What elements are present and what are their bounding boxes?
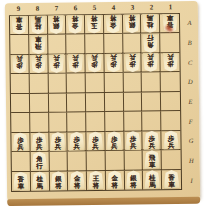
piece-gote-p-4C[interactable]: 歩兵: [105, 53, 121, 72]
piece-kanji: 歩兵: [72, 54, 79, 69]
piece-sente-s-3I[interactable]: 銀将: [125, 170, 141, 189]
piece-kanji: 歩兵: [54, 54, 61, 69]
cell-9A[interactable]: 香車: [10, 16, 29, 36]
cell-3H[interactable]: [124, 151, 143, 171]
rank-label-I: I: [184, 170, 199, 190]
piece-sente-b-8H[interactable]: 角行: [31, 152, 47, 171]
cell-4G[interactable]: 歩兵: [105, 131, 124, 151]
piece-kanji: 歩兵: [16, 55, 23, 70]
piece-gote-g-6A[interactable]: 金将: [67, 15, 83, 34]
piece-sente-n-2I[interactable]: 桂馬: [144, 170, 160, 189]
cell-6D[interactable]: [67, 74, 86, 94]
cell-6H[interactable]: [68, 151, 87, 171]
rank-labels: ABCDEFGHI: [182, 13, 199, 190]
cell-6G[interactable]: 歩兵: [68, 132, 87, 152]
board-edge: [7, 197, 200, 206]
piece-kanji: 桂馬: [34, 15, 41, 30]
piece-sente-p-1G[interactable]: 歩兵: [163, 130, 179, 149]
cell-2F[interactable]: [143, 112, 162, 132]
piece-kanji: 歩兵: [35, 54, 42, 69]
rank-label-A: A: [182, 13, 197, 33]
cell-4I[interactable]: 金将: [106, 170, 125, 190]
cell-7H[interactable]: [49, 152, 68, 172]
piece-sente-p-7G[interactable]: 歩兵: [50, 132, 66, 151]
cell-8E[interactable]: [30, 93, 49, 113]
cell-3B[interactable]: [123, 34, 142, 54]
file-label-8: 8: [28, 3, 47, 15]
cell-5H[interactable]: [87, 151, 106, 171]
cell-1C[interactable]: 歩兵: [161, 53, 180, 73]
file-label-9: 9: [9, 3, 28, 15]
cell-9E[interactable]: [11, 94, 30, 114]
piece-kanji: 金将: [74, 175, 81, 190]
rank-label-H: H: [184, 150, 199, 170]
cell-6B[interactable]: [67, 35, 86, 55]
piece-gote-s-3A[interactable]: 銀将: [123, 14, 139, 33]
piece-kanji: 金将: [111, 175, 118, 190]
piece-sente-p-8G[interactable]: 歩兵: [31, 132, 47, 151]
piece-sente-p-5G[interactable]: 歩兵: [87, 131, 103, 150]
piece-sente-g-4I[interactable]: 金将: [107, 171, 123, 190]
cell-9B[interactable]: [10, 35, 29, 55]
cell-7C[interactable]: 歩兵: [48, 54, 67, 74]
piece-kanji: 歩兵: [148, 135, 155, 150]
piece-kanji: 銀将: [55, 175, 62, 190]
cell-6F[interactable]: [67, 112, 86, 132]
piece-sente-l-1I[interactable]: 香車: [163, 170, 179, 189]
piece-gote-b-2B[interactable]: 角行: [143, 33, 159, 52]
piece-gote-g-4A[interactable]: 金将: [105, 14, 121, 33]
cell-7F[interactable]: [49, 113, 68, 133]
cell-1E[interactable]: [161, 92, 180, 112]
cell-5E[interactable]: [86, 93, 105, 113]
piece-sente-p-9G[interactable]: 歩兵: [12, 132, 28, 151]
cell-4F[interactable]: [105, 112, 124, 132]
piece-kanji: 銀将: [130, 174, 137, 189]
piece-kanji: 桂馬: [149, 174, 156, 189]
piece-gote-p-8C[interactable]: 歩兵: [30, 54, 46, 73]
piece-kanji: 香車: [16, 16, 23, 31]
piece-gote-p-6C[interactable]: 歩兵: [68, 54, 84, 73]
cell-9I[interactable]: 香車: [12, 171, 31, 191]
file-label-5: 5: [85, 2, 104, 14]
piece-kanji: 飛車: [149, 154, 156, 169]
cell-7G[interactable]: 歩兵: [49, 132, 68, 152]
cell-5D[interactable]: [86, 73, 105, 93]
piece-sente-k-5I[interactable]: 王将: [88, 171, 104, 190]
file-label-4: 4: [104, 2, 123, 14]
cell-5C[interactable]: 歩兵: [86, 54, 105, 74]
cell-1F[interactable]: [161, 111, 180, 131]
piece-gote-p-5C[interactable]: 歩兵: [86, 54, 102, 73]
piece-gote-s-7A[interactable]: 銀将: [48, 15, 64, 34]
rank-label-D: D: [183, 72, 198, 92]
cell-3C[interactable]: 歩兵: [123, 53, 142, 73]
piece-gote-l-9A[interactable]: 香車: [11, 16, 27, 35]
piece-kanji: 玉将: [91, 15, 98, 30]
piece-kanji: 歩兵: [110, 53, 117, 68]
piece-kanji: 銀将: [53, 15, 60, 30]
piece-kanji: 角行: [36, 156, 43, 171]
piece-sente-n-8I[interactable]: 桂馬: [32, 171, 48, 190]
cell-8I[interactable]: 桂馬: [31, 171, 50, 191]
cell-6I[interactable]: 金将: [68, 171, 87, 191]
piece-kanji: 歩兵: [130, 135, 137, 150]
cell-1I[interactable]: 香車: [162, 170, 181, 190]
cell-3D[interactable]: [123, 73, 142, 93]
cell-2H[interactable]: 飛車: [143, 150, 162, 170]
file-label-7: 7: [47, 2, 66, 14]
cell-7A[interactable]: 銀将: [48, 15, 67, 35]
cell-3E[interactable]: [124, 92, 143, 112]
piece-gote-k-5A[interactable]: 玉将: [86, 15, 102, 34]
rank-label-C: C: [182, 52, 197, 72]
piece-kanji: 歩兵: [129, 53, 136, 68]
cell-2E[interactable]: [142, 92, 161, 112]
cell-8A[interactable]: 桂馬: [29, 16, 48, 36]
piece-gote-p-3C[interactable]: 歩兵: [124, 53, 140, 72]
cell-9G[interactable]: 歩兵: [11, 133, 30, 153]
piece-sente-g-6I[interactable]: 金将: [69, 171, 85, 190]
cell-3A[interactable]: 銀将: [123, 15, 142, 35]
cell-8H[interactable]: 角行: [30, 152, 49, 172]
cell-3G[interactable]: 歩兵: [124, 131, 143, 151]
piece-kanji: 歩兵: [111, 135, 118, 150]
piece-sente-s-7I[interactable]: 銀将: [50, 171, 66, 190]
piece-kanji: 飛車: [35, 35, 42, 50]
piece-gote-p-2C[interactable]: 歩兵: [143, 53, 159, 72]
piece-kanji: 歩兵: [17, 136, 24, 151]
rank-label-F: F: [183, 111, 198, 131]
cell-5I[interactable]: 王将: [87, 171, 106, 191]
cell-7I[interactable]: 銀将: [49, 171, 68, 191]
piece-kanji: 歩兵: [36, 136, 43, 151]
file-label-6: 6: [66, 2, 85, 14]
cell-2C[interactable]: 歩兵: [142, 53, 161, 73]
piece-sente-p-3G[interactable]: 歩兵: [125, 131, 141, 150]
cell-3I[interactable]: 銀将: [125, 170, 144, 190]
piece-kanji: 歩兵: [73, 136, 80, 151]
cell-2B[interactable]: 角行: [142, 34, 161, 54]
cell-4A[interactable]: 金将: [104, 15, 123, 35]
cell-6E[interactable]: [67, 93, 86, 113]
piece-kanji: 歩兵: [91, 54, 98, 69]
cell-2G[interactable]: 歩兵: [143, 131, 162, 151]
piece-gote-n-8A[interactable]: 桂馬: [30, 15, 46, 34]
cell-9D[interactable]: [11, 74, 30, 94]
cell-4D[interactable]: [105, 73, 124, 93]
piece-sente-r-2H[interactable]: 飛車: [144, 150, 160, 169]
piece-gote-r-8B[interactable]: 飛車: [30, 35, 46, 54]
cell-5B[interactable]: [85, 34, 104, 54]
piece-kanji: 歩兵: [167, 53, 174, 68]
cell-4H[interactable]: [105, 151, 124, 171]
cell-4C[interactable]: 歩兵: [104, 54, 123, 74]
cell-5F[interactable]: [86, 112, 105, 132]
piece-kanji: 金将: [72, 15, 79, 30]
cell-1D[interactable]: [161, 72, 180, 92]
cell-9C[interactable]: 歩兵: [10, 55, 29, 75]
cell-7E[interactable]: [48, 93, 67, 113]
cell-2I[interactable]: 桂馬: [143, 170, 162, 190]
piece-gote-p-9C[interactable]: 歩兵: [11, 55, 27, 74]
piece-kanji: 歩兵: [55, 136, 62, 151]
file-label-3: 3: [123, 2, 142, 14]
piece-kanji: 歩兵: [168, 135, 175, 150]
piece-kanji: 銀将: [128, 14, 135, 29]
rank-label-G: G: [183, 131, 198, 151]
cell-8D[interactable]: [29, 74, 48, 94]
piece-sente-p-6G[interactable]: 歩兵: [69, 132, 85, 151]
cell-2D[interactable]: [142, 73, 161, 93]
piece-kanji: 香車: [18, 176, 25, 191]
rank-label-E: E: [183, 91, 198, 111]
piece-kanji: 香車: [168, 174, 175, 189]
piece-kanji: 角行: [147, 34, 154, 49]
piece-kanji: 桂馬: [36, 176, 43, 191]
cell-8G[interactable]: 歩兵: [30, 132, 49, 152]
cell-1B[interactable]: [160, 33, 179, 53]
cell-5G[interactable]: 歩兵: [86, 132, 105, 152]
cell-8F[interactable]: [30, 113, 49, 133]
cell-4E[interactable]: [105, 93, 124, 113]
piece-gote-p-1C[interactable]: 歩兵: [162, 53, 178, 72]
cell-7D[interactable]: [48, 74, 67, 94]
cell-2A[interactable]: 桂馬: [141, 14, 160, 34]
cell-1H[interactable]: [162, 150, 181, 170]
cell-8B[interactable]: 飛車: [29, 35, 48, 55]
cell-9H[interactable]: [12, 152, 31, 172]
piece-sente-l-9I[interactable]: 香車: [13, 172, 29, 191]
file-label-1: 1: [161, 1, 180, 13]
cell-3F[interactable]: [124, 112, 143, 132]
cell-6A[interactable]: 金将: [66, 15, 85, 35]
cell-1G[interactable]: 歩兵: [162, 131, 181, 151]
file-label-2: 2: [142, 1, 161, 13]
piece-kanji: 王将: [93, 175, 100, 190]
piece-kanji: 歩兵: [92, 135, 99, 150]
cell-4B[interactable]: [104, 34, 123, 54]
piece-kanji: 金将: [109, 15, 116, 30]
cell-8C[interactable]: 歩兵: [29, 55, 48, 75]
piece-sente-p-2G[interactable]: 歩兵: [144, 131, 160, 150]
board-grid: 香車桂馬銀将金将玉将金将銀将桂馬香車飛車角行歩兵歩兵歩兵歩兵歩兵歩兵歩兵歩兵歩兵…: [9, 13, 182, 192]
piece-gote-n-2A[interactable]: 桂馬: [142, 14, 158, 33]
piece-sente-p-4G[interactable]: 歩兵: [106, 131, 122, 150]
cell-7B[interactable]: [48, 35, 67, 55]
shogi-board: 987654321 ABCDEFGHI 香車桂馬銀将金将玉将金将銀将桂馬香車飛車…: [5, 1, 200, 201]
cell-5A[interactable]: 玉将: [85, 15, 104, 35]
cell-6C[interactable]: 歩兵: [67, 54, 86, 74]
piece-kanji: 桂馬: [147, 14, 154, 29]
piece-gote-p-7C[interactable]: 歩兵: [49, 54, 65, 73]
cell-9F[interactable]: [11, 113, 30, 133]
rank-label-B: B: [182, 32, 197, 52]
piece-kanji: 歩兵: [147, 53, 154, 68]
board-photo: 987654321 ABCDEFGHI 香車桂馬銀将金将玉将金将銀将桂馬香車飛車…: [0, 0, 210, 207]
